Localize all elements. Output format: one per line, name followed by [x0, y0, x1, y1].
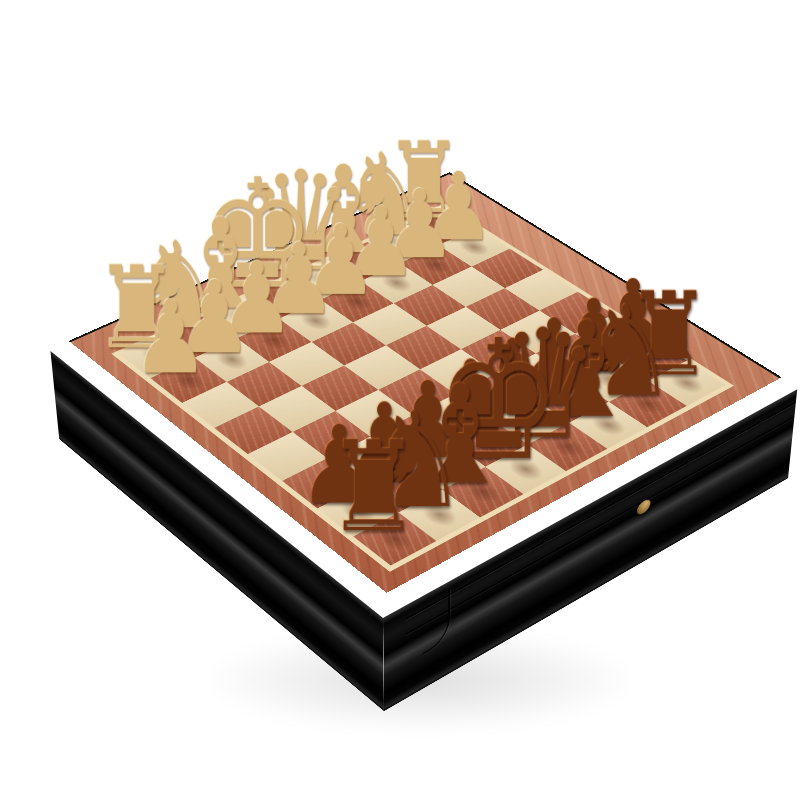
piece-white-pawn: ♟ — [101, 287, 238, 388]
piece-black-rook: ♜ — [299, 425, 448, 550]
drawer-knob — [637, 497, 651, 517]
chess-box: ♜♟♟♜♞♟♟♞♝♟♟♝♛♟♟♛♚♟♟♚♝♟♟♝♞♟♟♞♜♟♟♜ — [50, 174, 797, 618]
square-h2: ♟ — [150, 358, 226, 403]
drawer-edge-curve — [423, 589, 450, 654]
product-photo: ♜♟♟♜♞♟♟♞♝♟♟♝♛♟♟♛♚♟♟♚♝♟♟♝♞♟♟♞♜♟♟♜ — [0, 0, 800, 800]
board-top: ♜♟♟♜♞♟♟♞♝♟♟♝♛♟♟♛♚♟♟♚♝♟♟♝♞♟♟♞♜♟♟♜ — [50, 174, 797, 618]
scene: ♜♟♟♜♞♟♟♞♝♟♟♝♛♟♟♛♚♟♟♚♝♟♟♝♞♟♟♞♜♟♟♜ — [0, 0, 800, 800]
square-h8: ♜ — [353, 513, 436, 566]
